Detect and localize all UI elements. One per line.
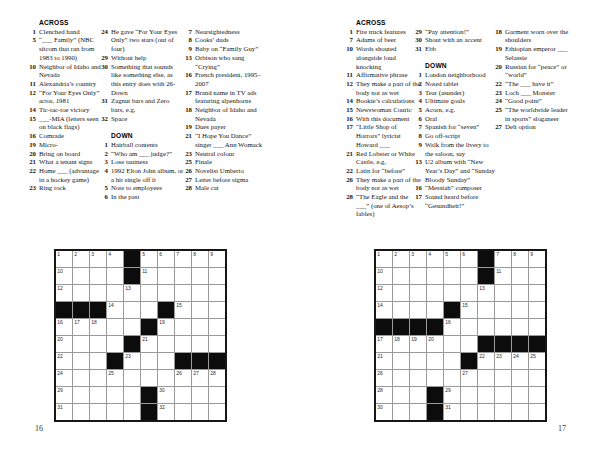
- grid-cell[interactable]: [209, 319, 225, 335]
- grid-cell[interactable]: 17: [376, 336, 392, 352]
- grid-cell[interactable]: [478, 370, 494, 386]
- clue: 7Adams of beer: [342, 36, 422, 45]
- grid-cell-black: [410, 319, 426, 335]
- grid-cell[interactable]: [393, 370, 409, 386]
- grid-cell[interactable]: [107, 336, 123, 352]
- grid-cell[interactable]: [478, 302, 494, 318]
- book-spread: ACROSS1Clenched hand5“___ Family” (NBC s…: [0, 0, 600, 450]
- grid-cell[interactable]: 5: [141, 251, 157, 267]
- clue: 14Tic-tac-toe victory: [25, 106, 104, 115]
- grid-cell[interactable]: 3: [410, 251, 426, 267]
- grid-cell[interactable]: 20: [56, 336, 72, 352]
- grid-cell[interactable]: 10: [56, 268, 72, 284]
- grid-cell[interactable]: 21: [141, 336, 157, 352]
- grid-cell[interactable]: [410, 387, 426, 403]
- grid-cell[interactable]: [495, 370, 511, 386]
- grid-cell[interactable]: 24: [512, 353, 528, 369]
- cell-number: 20: [57, 337, 63, 343]
- clue: 30Something that sounds like something e…: [97, 63, 184, 98]
- grid-cell[interactable]: [73, 268, 89, 284]
- clue-text: Letter before sigma: [195, 176, 267, 185]
- clue-text: Hairball contents: [111, 141, 184, 150]
- grid-cell[interactable]: [512, 302, 528, 318]
- grid-cell[interactable]: [529, 319, 545, 335]
- grid-cell[interactable]: 4: [107, 251, 123, 267]
- clue-number: 2: [97, 150, 108, 159]
- clue: 23Loch ___ Monster: [491, 89, 569, 98]
- grid-cell[interactable]: 21: [376, 353, 392, 369]
- clue-number: 19: [25, 141, 36, 150]
- clue-number: 4: [97, 167, 108, 184]
- grid-cell[interactable]: [107, 319, 123, 335]
- grid-cell[interactable]: [478, 319, 494, 335]
- clue-text: “The ___ have it”: [505, 80, 569, 89]
- clue: 16With this document: [342, 115, 422, 124]
- grid-cell[interactable]: 19: [410, 336, 426, 352]
- grid-cell[interactable]: [410, 370, 426, 386]
- grid-cell[interactable]: 2: [393, 251, 409, 267]
- clue-number: 9: [411, 141, 422, 158]
- grid-cell[interactable]: 13: [124, 285, 140, 301]
- grid-cell[interactable]: [73, 353, 89, 369]
- cell-number: 31: [57, 405, 63, 411]
- grid-cell[interactable]: [192, 302, 208, 318]
- grid-cell[interactable]: [461, 319, 477, 335]
- clue-number: 26: [342, 176, 353, 193]
- grid-cell[interactable]: [512, 404, 528, 420]
- grid-cell[interactable]: [175, 285, 191, 301]
- grid-cell[interactable]: [209, 285, 225, 301]
- grid-cell[interactable]: [158, 268, 174, 284]
- clue: 14Bookie’s calculations: [342, 97, 422, 106]
- cell-number: 23: [125, 354, 131, 360]
- grid-cell[interactable]: [141, 285, 157, 301]
- grid-cell[interactable]: [175, 387, 191, 403]
- grid-cell[interactable]: [529, 302, 545, 318]
- grid-cell[interactable]: 8: [512, 251, 528, 267]
- grid-cell[interactable]: 28: [376, 387, 392, 403]
- clue: 26Novelist Umberto: [181, 167, 267, 176]
- grid-cell[interactable]: [427, 370, 443, 386]
- clue: 28Male cat: [181, 184, 267, 193]
- grid-cell[interactable]: [393, 353, 409, 369]
- grid-cell[interactable]: 23: [495, 353, 511, 369]
- clue-number: 16: [411, 184, 422, 193]
- cell-number: 24: [513, 354, 519, 360]
- grid-cell[interactable]: [124, 370, 140, 386]
- clue-number: 32: [97, 115, 108, 124]
- cell-number: 19: [411, 337, 417, 343]
- cell-number: 13: [125, 286, 131, 292]
- grid-cell[interactable]: [90, 387, 106, 403]
- clue: 13Orbison who sang “Crying”: [181, 54, 267, 71]
- clue-number: 12: [342, 80, 353, 97]
- grid-cell[interactable]: 27: [461, 370, 477, 386]
- grid-cell[interactable]: [529, 268, 545, 284]
- grid-cell[interactable]: [444, 353, 460, 369]
- grid-cell[interactable]: [90, 404, 106, 420]
- clue-number: 22: [491, 80, 502, 89]
- clue-number: 20: [491, 63, 502, 80]
- grid-cell[interactable]: [90, 336, 106, 352]
- clue-number: 2: [411, 80, 422, 89]
- grid-cell[interactable]: [393, 387, 409, 403]
- grid-cell[interactable]: 30: [376, 404, 392, 420]
- grid-cell[interactable]: [512, 285, 528, 301]
- cell-number: 4: [428, 252, 431, 258]
- grid-cell[interactable]: [393, 404, 409, 420]
- clue: 11Alexandria’s country: [25, 80, 104, 89]
- grid-cell[interactable]: [478, 387, 494, 403]
- grid-cell[interactable]: [529, 370, 545, 386]
- grid-cell[interactable]: [175, 319, 191, 335]
- clue: 3Lose tautness: [97, 158, 184, 167]
- grid-cell[interactable]: 29: [56, 387, 72, 403]
- grid-cell[interactable]: 14: [107, 302, 123, 318]
- grid-cell[interactable]: 32: [158, 404, 174, 420]
- grid-cell[interactable]: [192, 319, 208, 335]
- clue-number: 13: [181, 54, 192, 71]
- grid-cell[interactable]: 10: [376, 268, 392, 284]
- cell-number: 12: [377, 286, 383, 292]
- grid-cell[interactable]: [444, 268, 460, 284]
- grid-cell[interactable]: 29: [444, 387, 460, 403]
- grid-cell[interactable]: 26: [376, 370, 392, 386]
- grid-cell[interactable]: [427, 353, 443, 369]
- clue-text: Ebb: [425, 45, 496, 54]
- grid-cell[interactable]: 5: [444, 251, 460, 267]
- grid-cell[interactable]: [410, 302, 426, 318]
- grid-cell[interactable]: [192, 285, 208, 301]
- grid-cell[interactable]: [410, 268, 426, 284]
- grid-cell[interactable]: [73, 404, 89, 420]
- clue-text: Tear (asunder): [425, 89, 496, 98]
- grid-cell[interactable]: 6: [158, 251, 174, 267]
- grid-cell[interactable]: 12: [376, 285, 392, 301]
- grid-cell[interactable]: 27: [192, 370, 208, 386]
- grid-cell[interactable]: 9: [209, 251, 225, 267]
- clue: 32Space: [97, 115, 184, 124]
- grid-cell[interactable]: [410, 353, 426, 369]
- clue-number: 21: [181, 132, 192, 149]
- clue: 23Neutral colour: [181, 150, 267, 159]
- grid-cell[interactable]: [175, 268, 191, 284]
- grid-cell[interactable]: [209, 336, 225, 352]
- cell-number: 9: [530, 252, 533, 258]
- clue-text: Neighbor of Idaho and Nevada: [195, 106, 267, 123]
- grid-cell[interactable]: 31: [56, 404, 72, 420]
- grid-cell[interactable]: 1: [56, 251, 72, 267]
- cell-number: 15: [176, 303, 182, 309]
- clue-text: What a tenant signs: [39, 158, 104, 167]
- grid-cell[interactable]: 17: [73, 319, 89, 335]
- clue-number: 7: [411, 123, 422, 132]
- grid-cell[interactable]: [512, 319, 528, 335]
- clue-number: 5: [411, 106, 422, 115]
- grid-cell[interactable]: 20: [427, 336, 443, 352]
- cell-number: 14: [377, 303, 383, 309]
- clue-number: 15: [342, 106, 353, 115]
- clue: 31Zagnut bars and Zero bars, e.g.: [97, 97, 184, 114]
- grid-cell[interactable]: [461, 268, 477, 284]
- clue-number: 27: [491, 123, 502, 132]
- grid-cell[interactable]: [192, 404, 208, 420]
- clue: 12“For Your Eyes Only” actor, 1981: [25, 89, 104, 106]
- clue: 15___-MIA (letters seen on black flags): [25, 115, 104, 132]
- grid-cell[interactable]: 2: [73, 251, 89, 267]
- clue-number: 10: [342, 45, 353, 71]
- grid-cell[interactable]: [90, 285, 106, 301]
- grid-cell[interactable]: [90, 353, 106, 369]
- clue-text: Finale: [195, 158, 267, 167]
- grid-cell[interactable]: [393, 302, 409, 318]
- grid-cell[interactable]: [141, 370, 157, 386]
- grid-cell[interactable]: [495, 404, 511, 420]
- grid-cell-black: [478, 251, 494, 267]
- grid-cell[interactable]: [393, 268, 409, 284]
- clue-number: 24: [97, 28, 108, 54]
- clue-number: 11: [342, 71, 353, 80]
- grid-cell[interactable]: [529, 285, 545, 301]
- cell-number: 22: [479, 354, 485, 360]
- clue: 13U2 album with “New Year’s Day” and “Su…: [411, 158, 496, 184]
- cell-number: 16: [57, 320, 63, 326]
- cell-number: 12: [57, 286, 63, 292]
- clue-number: 29: [411, 28, 422, 37]
- grid-cell[interactable]: 4: [427, 251, 443, 267]
- grid-cell[interactable]: [158, 285, 174, 301]
- clue: 22Home ___ (advantage in a hockey game): [25, 167, 104, 184]
- clue: 7Spanish for “seven”: [411, 123, 496, 132]
- grid-cell[interactable]: [512, 268, 528, 284]
- grid-cell[interactable]: [158, 353, 174, 369]
- clues-heading: DOWN: [425, 62, 496, 71]
- grid-cell[interactable]: 7: [495, 251, 511, 267]
- clue-text: “___ Family” (NBC sitcom that ran from 1…: [39, 36, 104, 62]
- clue-text: “Messiah” composer: [425, 184, 496, 193]
- grid-cell[interactable]: [512, 387, 528, 403]
- grid-cell[interactable]: [192, 387, 208, 403]
- crossword-grid: 1234567891011121314151617181920212223242…: [54, 249, 227, 422]
- grid-cell[interactable]: 26: [175, 370, 191, 386]
- grid-cell[interactable]: [209, 387, 225, 403]
- grid-cell[interactable]: 18: [90, 319, 106, 335]
- grid-cell[interactable]: [107, 285, 123, 301]
- grid-cell[interactable]: [107, 268, 123, 284]
- grid-cell[interactable]: 15: [461, 302, 477, 318]
- grid-cell[interactable]: [478, 404, 494, 420]
- grid-cell[interactable]: [529, 387, 545, 403]
- grid-cell[interactable]: [512, 370, 528, 386]
- clue-text: Neutral colour: [195, 150, 267, 159]
- grid-cell[interactable]: 11: [495, 268, 511, 284]
- cell-number: 16: [445, 320, 451, 326]
- grid-cell[interactable]: [529, 404, 545, 420]
- cell-number: 19: [159, 320, 165, 326]
- clue: 22Latin for “before”: [342, 167, 422, 176]
- grid-cell-black: [427, 319, 443, 335]
- grid-cell-black: [192, 353, 208, 369]
- clue-number: 23: [25, 184, 36, 193]
- clue-text: Note to employees: [111, 184, 184, 193]
- grid-cell[interactable]: [461, 404, 477, 420]
- grid-cell[interactable]: [495, 319, 511, 335]
- cell-number: 15: [462, 303, 468, 309]
- grid-cell[interactable]: 22: [56, 353, 72, 369]
- clue-number: 7: [181, 28, 192, 37]
- grid-cell[interactable]: [461, 285, 477, 301]
- grid-cell[interactable]: [427, 285, 443, 301]
- clue-number: 16: [25, 132, 36, 141]
- grid-cell[interactable]: [444, 336, 460, 352]
- grid-cell[interactable]: [158, 370, 174, 386]
- cell-number: 8: [513, 252, 516, 258]
- grid-cell[interactable]: 18: [393, 336, 409, 352]
- grid-cell[interactable]: 24: [56, 370, 72, 386]
- grid-cell[interactable]: [107, 404, 123, 420]
- cell-number: 11: [142, 269, 147, 275]
- grid-cell[interactable]: [141, 302, 157, 318]
- cell-number: 3: [411, 252, 414, 258]
- grid-cell[interactable]: 25: [529, 353, 545, 369]
- clue: 17“Little Shop of Horrors” lyricist Howa…: [342, 123, 422, 149]
- grid-cell[interactable]: 11: [141, 268, 157, 284]
- clue-number: 5: [97, 184, 108, 193]
- grid-cell[interactable]: [427, 302, 443, 318]
- grid-cell-black: [376, 319, 392, 335]
- grid-cell[interactable]: [124, 319, 140, 335]
- grid-cell[interactable]: [124, 387, 140, 403]
- grid-cell-black: [158, 302, 174, 318]
- grid-cell[interactable]: 25: [107, 370, 123, 386]
- clue-number: 24: [491, 97, 502, 106]
- cell-number: 8: [193, 252, 196, 258]
- grid-cell[interactable]: 19: [158, 319, 174, 335]
- clue: 21What a tenant signs: [25, 158, 104, 167]
- clue-text: Walk from the livery to the saloon, say: [425, 141, 496, 158]
- grid-cell[interactable]: [192, 268, 208, 284]
- grid-cell[interactable]: 15: [175, 302, 191, 318]
- clue-text: Garment worn over the shoulders: [505, 28, 569, 45]
- grid-cell[interactable]: [461, 336, 477, 352]
- grid-cell[interactable]: [73, 387, 89, 403]
- clue: 20Bring on board: [25, 150, 104, 159]
- grid-cell[interactable]: [427, 268, 443, 284]
- grid-cell[interactable]: 16: [444, 319, 460, 335]
- grid-cell[interactable]: 6: [461, 251, 477, 267]
- clue-text: Male cat: [195, 184, 267, 193]
- grid-cell[interactable]: 8: [192, 251, 208, 267]
- grid-cell[interactable]: [175, 336, 191, 352]
- grid-cell[interactable]: 13: [478, 285, 494, 301]
- clue-text: Micro-: [39, 141, 104, 150]
- grid-cell[interactable]: [495, 302, 511, 318]
- grid-cell[interactable]: [90, 370, 106, 386]
- grid-cell[interactable]: [158, 336, 174, 352]
- grid-cell[interactable]: 31: [444, 404, 460, 420]
- cell-number: 26: [377, 371, 383, 377]
- grid-cell[interactable]: 28: [209, 370, 225, 386]
- grid-cell[interactable]: [175, 404, 191, 420]
- grid-cell[interactable]: [410, 285, 426, 301]
- grid-cell[interactable]: [124, 404, 140, 420]
- grid-cell[interactable]: 3: [90, 251, 106, 267]
- clue: 25Finale: [181, 158, 267, 167]
- grid-cell[interactable]: [73, 285, 89, 301]
- clue: 15Newswoman Couric: [342, 106, 422, 115]
- grid-cell[interactable]: [141, 353, 157, 369]
- clue-number: 16: [181, 71, 192, 88]
- cell-number: 30: [159, 388, 165, 394]
- grid-cell[interactable]: 14: [376, 302, 392, 318]
- grid-cell[interactable]: [444, 285, 460, 301]
- clue-number: 13: [411, 158, 422, 184]
- grid-cell-black: [124, 251, 140, 267]
- grid-cell[interactable]: [393, 285, 409, 301]
- grid-cell[interactable]: 7: [175, 251, 191, 267]
- grid-cell[interactable]: [461, 387, 477, 403]
- grid-cell[interactable]: [209, 404, 225, 420]
- clue: 10Neighbor of Idaho and Nevada: [25, 63, 104, 80]
- grid-cell[interactable]: 23: [124, 353, 140, 369]
- clue: 3Tear (asunder): [411, 89, 496, 98]
- clue-number: 20: [25, 150, 36, 159]
- grid-cell[interactable]: [410, 404, 426, 420]
- grid-cell[interactable]: [124, 302, 140, 318]
- clue-number: 19: [491, 45, 502, 62]
- grid-cell[interactable]: 1: [376, 251, 392, 267]
- grid-cell[interactable]: 12: [56, 285, 72, 301]
- grid-cell[interactable]: [495, 285, 511, 301]
- grid-cell[interactable]: [495, 387, 511, 403]
- grid-cell[interactable]: 22: [478, 353, 494, 369]
- clue-number: 1: [411, 71, 422, 80]
- grid-cell-black: [529, 336, 545, 352]
- clue-number: 31: [411, 45, 422, 54]
- clue: 29“Pay attention!”: [411, 28, 496, 37]
- clue: 18Garment worn over the shoulders: [491, 28, 569, 45]
- grid-cell[interactable]: 30: [158, 387, 174, 403]
- clue-text: Shout with an accent: [425, 36, 496, 45]
- grid-cell[interactable]: [444, 370, 460, 386]
- clue: 21Red Lobster or White Castle, e.g.: [342, 150, 422, 167]
- grid-cell[interactable]: [73, 370, 89, 386]
- clue-text: Bring on board: [39, 150, 104, 159]
- cell-number: 14: [108, 303, 114, 309]
- grid-cell[interactable]: [209, 302, 225, 318]
- grid-cell[interactable]: 9: [529, 251, 545, 267]
- clue-text: Ring rock: [39, 184, 104, 193]
- cell-number: 4: [108, 252, 111, 258]
- grid-cell[interactable]: [107, 387, 123, 403]
- grid-cell-black: [107, 353, 123, 369]
- grid-cell[interactable]: [90, 268, 106, 284]
- crossword-grid: 1234567891011121314151617181920212223242…: [374, 249, 547, 422]
- clue-column: ACROSS1Clenched hand5“___ Family” (NBC s…: [25, 19, 104, 193]
- clue: 41992 Elton John album, or a hit single …: [97, 167, 184, 184]
- clue: 17Sound heard before “Gesundheit!”: [411, 193, 496, 210]
- clue-number: 4: [411, 97, 422, 106]
- cell-number: 27: [193, 371, 199, 377]
- grid-cell[interactable]: [209, 268, 225, 284]
- grid-cell[interactable]: 16: [56, 319, 72, 335]
- grid-cell[interactable]: [73, 336, 89, 352]
- clue-text: Sound heard before “Gesundheit!”: [425, 193, 496, 210]
- grid-cell[interactable]: [192, 336, 208, 352]
- cell-number: 27: [462, 371, 468, 377]
- clue-number: 18: [181, 106, 192, 123]
- grid-cell-black: [393, 319, 409, 335]
